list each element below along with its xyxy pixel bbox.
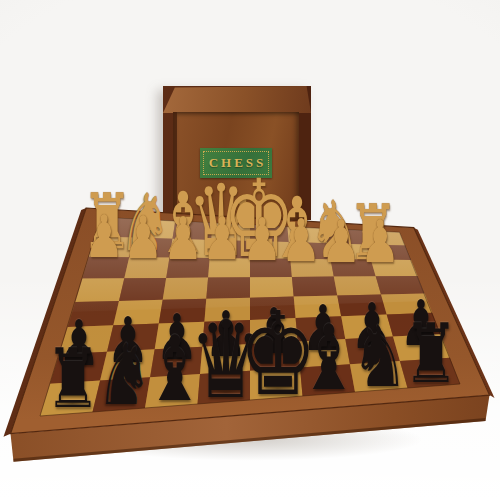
piece-wP: ♟ — [202, 209, 242, 268]
piece-wP: ♟ — [84, 207, 124, 266]
piece-wP: ♟ — [360, 212, 400, 271]
chess-pieces-layer: ♜♞♝♛♚♝♞♜♟♟♟♟♟♟♟♟♟♟♟♟♟♟♟♟♜♞♝♛♚♝♞♜ — [0, 0, 500, 500]
piece-wP: ♟ — [242, 210, 282, 269]
photo-scene: CHESS ♜♞♝♛♚♝♞♜♟♟♟♟♟♟♟♟♟♟♟♟♟♟♟♟♜♞♝♛♚♝♞♜ — [0, 0, 500, 500]
piece-bR: ♜ — [403, 313, 459, 395]
piece-wP: ♟ — [163, 209, 203, 268]
piece-bN: ♞ — [351, 314, 409, 399]
piece-wP: ♟ — [321, 212, 361, 271]
piece-wP: ♟ — [123, 208, 163, 267]
piece-bR: ♜ — [45, 338, 101, 420]
piece-wP: ♟ — [281, 211, 321, 270]
